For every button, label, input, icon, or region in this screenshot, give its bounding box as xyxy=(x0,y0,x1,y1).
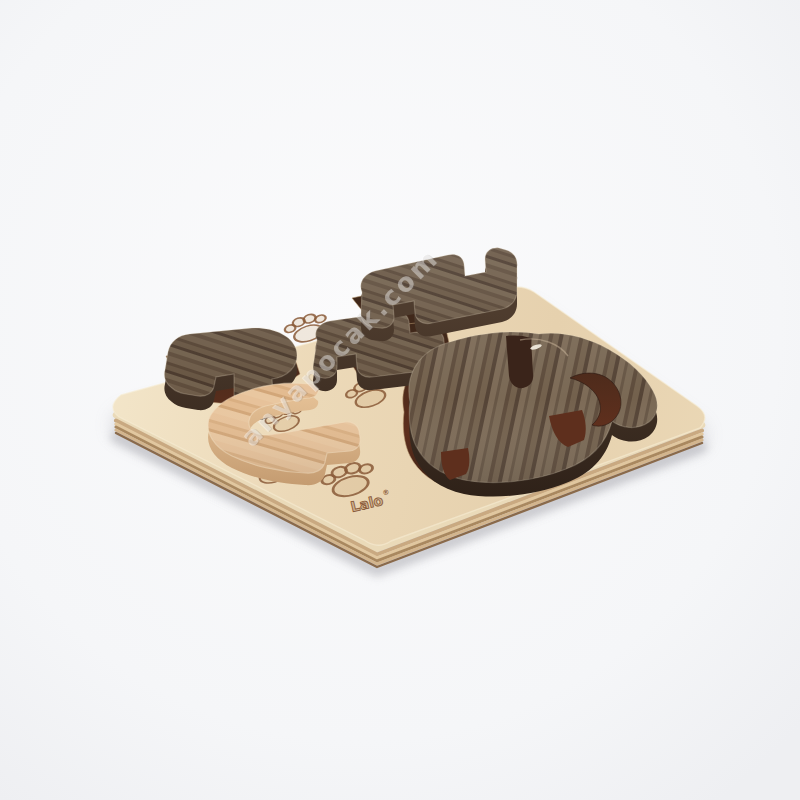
puzzle-product-photo: Lalo ® xyxy=(0,0,800,800)
puzzle-scene: Lalo ® xyxy=(0,0,800,800)
